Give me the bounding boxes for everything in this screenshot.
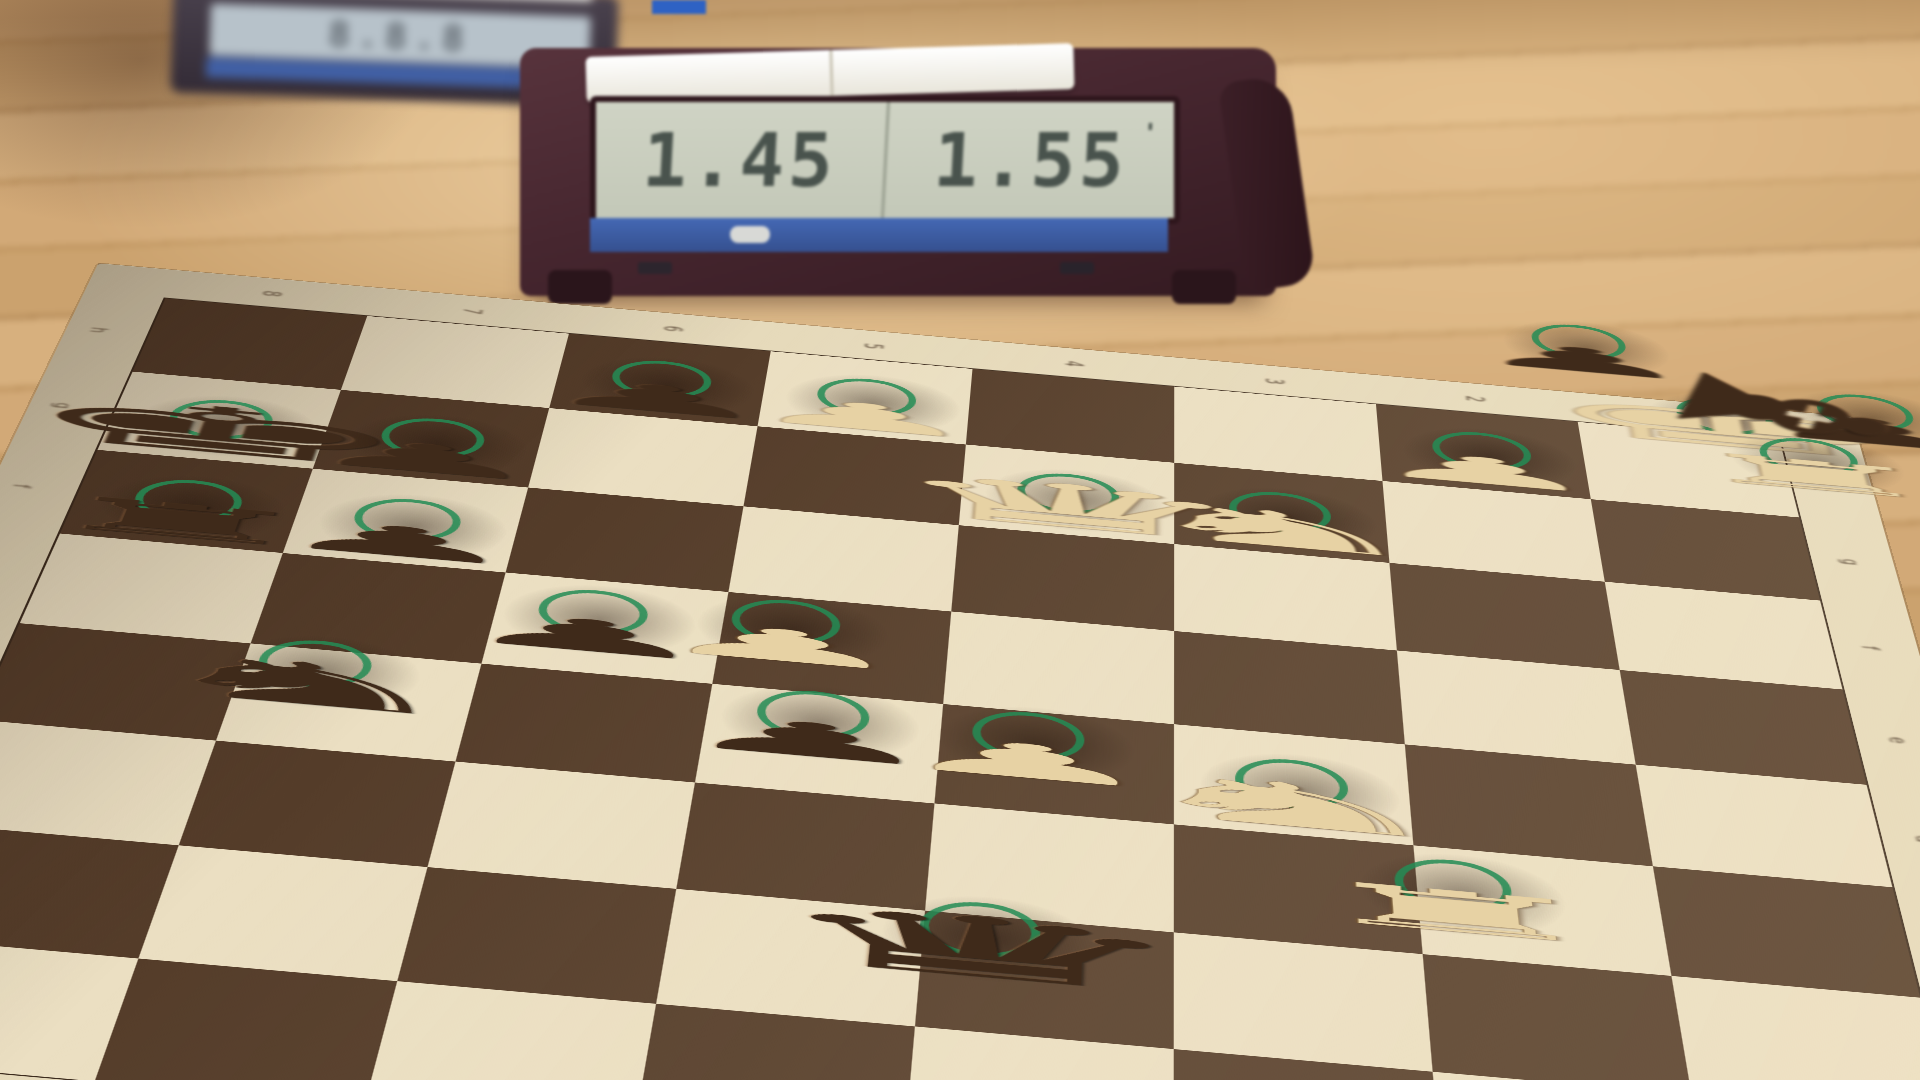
chess-board: 8765432187654321abcdefghabcdefgh♜♚♞♟♟♟♟♟… [0, 263, 1920, 1080]
square-c7 [179, 741, 456, 867]
coord-left-f: f [7, 483, 36, 489]
square-f1 [1605, 582, 1843, 690]
square-e3 [1174, 631, 1405, 744]
square-f2 [1389, 563, 1619, 670]
square-a6 [364, 981, 656, 1080]
coord-far-7: 7 [457, 307, 487, 315]
clock-button-right [1060, 262, 1094, 274]
square-b2 [1423, 954, 1692, 1080]
square-e2 [1397, 650, 1636, 764]
coord-right-d: d [1909, 834, 1920, 844]
coord-right-f: f [1856, 645, 1884, 651]
square-b7 [138, 845, 427, 981]
square-c6 [428, 762, 695, 889]
square-b3 [1174, 932, 1433, 1071]
square-a5 [634, 1004, 915, 1080]
game-clock-logo [730, 226, 770, 243]
square-c8 [0, 720, 216, 846]
clock-foot-left [548, 270, 612, 304]
square-b6 [397, 867, 676, 1004]
clock-foot-right [1172, 270, 1236, 304]
background-blue-tab [652, 0, 706, 14]
piece-black-pawn-d5: ♟ [688, 657, 934, 774]
coord-far-6: 6 [658, 325, 687, 333]
coord-far-5: 5 [859, 342, 888, 350]
game-clock-display: 1.45 1.55 ' [590, 96, 1180, 224]
square-a3 [1174, 1049, 1444, 1080]
clock-button-left [638, 262, 672, 274]
clock-right-time: 1.55 ' [883, 102, 1177, 218]
photo-of-chess-game: 8.8.8 1.45 1.55 ' 8765432187654321abcdef… [0, 0, 1920, 1080]
square-a2 [1433, 1072, 1714, 1080]
coord-left-h: h [85, 326, 113, 333]
square-b8 [0, 824, 179, 959]
coord-left-g: g [49, 402, 78, 410]
square-d6 [455, 664, 712, 783]
square-g1 [1591, 499, 1820, 600]
square-e1 [1620, 670, 1867, 785]
coord-far-4: 4 [1059, 360, 1087, 368]
clock-flag-indicator: ' [1141, 118, 1162, 148]
square-b1 [1671, 976, 1920, 1080]
piece-white-pawn-d4: ♟ [907, 678, 1145, 796]
square-g6 [528, 408, 757, 506]
square-d1 [1636, 765, 1893, 888]
game-clock-blue-stripe [590, 218, 1168, 252]
square-a7 [95, 959, 398, 1080]
square-c1 [1653, 866, 1920, 997]
coord-right-g: g [1837, 558, 1865, 566]
clock-left-time: 1.45 [593, 102, 890, 218]
coord-far-8: 8 [256, 290, 286, 298]
coord-right-e: e [1883, 736, 1913, 745]
square-a8 [0, 936, 138, 1080]
coord-far-3: 3 [1260, 377, 1288, 385]
square-a4 [904, 1026, 1174, 1080]
game-clock: 1.45 1.55 ' [520, 48, 1276, 296]
